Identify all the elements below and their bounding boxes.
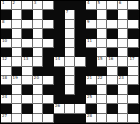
white-cell-r5c12[interactable] [118,39,129,48]
clue-number: 18 [2,76,7,80]
white-cell-r3c1[interactable]: 8 [1,20,12,29]
black-cell-r10c6 [54,85,65,94]
white-cell-r7c8[interactable] [75,57,86,66]
black-cell-r4c6 [54,29,65,38]
white-cell-r8c7[interactable] [65,67,76,76]
clue-number: 22 [98,76,103,80]
white-cell-r6c7[interactable] [65,48,76,57]
white-cell-r1c10[interactable]: 5 [97,1,108,10]
black-cell-r3c6 [54,20,65,29]
white-cell-r11c5[interactable] [43,95,54,104]
white-cell-r6c12[interactable] [118,48,129,57]
black-cell-r9c6 [54,76,65,85]
white-cell-r12c10[interactable] [97,104,108,113]
black-cell-r2c11 [107,10,118,19]
black-cell-r2c13 [128,10,139,19]
white-cell-r3c4[interactable] [33,20,44,29]
black-cell-r9c8 [75,76,86,85]
white-cell-r9c1[interactable]: 18 [1,76,12,85]
black-cell-r6c6 [54,48,65,57]
black-cell-r2c3 [22,10,33,19]
black-cell-r10c11 [107,85,118,94]
white-cell-r10c10[interactable] [97,85,108,94]
clue-number: 13 [23,57,28,61]
white-cell-r4c10[interactable] [97,29,108,38]
black-cell-r4c1 [1,29,12,38]
white-cell-r11c4[interactable] [33,95,44,104]
white-cell-r2c2[interactable] [12,10,23,19]
black-cell-r12c11 [107,104,118,113]
white-cell-r1c9[interactable]: 4 [86,1,97,10]
white-cell-r9c12[interactable]: 23 [118,76,129,85]
black-cell-r1c8 [75,1,86,10]
white-cell-r5c10[interactable] [97,39,108,48]
white-cell-r8c13[interactable] [128,67,139,76]
white-cell-r7c13[interactable]: 17 [128,57,139,66]
white-cell-r5c9[interactable]: 11 [86,39,97,48]
white-cell-r11c9[interactable]: 25 [86,95,97,104]
white-cell-r6c4[interactable] [33,48,44,57]
white-cell-r9c2[interactable]: 19 [12,76,23,85]
crossword-board: 1234567891011121314151617181920212223242… [0,0,140,124]
black-cell-r8c6 [54,67,65,76]
white-cell-r6c2[interactable] [12,48,23,57]
white-cell-r11c2[interactable] [12,95,23,104]
black-cell-r13c7 [65,114,76,123]
clue-number: 23 [119,76,124,80]
black-cell-r6c3 [22,48,33,57]
black-cell-r2c6 [54,10,65,19]
white-cell-r3c7[interactable] [65,20,76,29]
black-cell-r7c5 [43,57,54,66]
white-cell-r13c11[interactable] [107,114,118,123]
white-cell-r11c3[interactable] [22,95,33,104]
white-cell-r2c4[interactable] [33,10,44,19]
black-cell-r8c4 [33,67,44,76]
white-cell-r9c11[interactable] [107,76,118,85]
black-cell-r7c9 [86,57,97,66]
white-cell-r7c1[interactable]: 12 [1,57,12,66]
white-cell-r1c1[interactable]: 1 [1,1,12,10]
white-cell-r13c2[interactable] [12,114,23,123]
black-cell-r12c1 [1,104,12,113]
clue-number: 8 [2,20,5,24]
black-cell-r10c1 [1,85,12,94]
black-cell-r12c13 [128,104,139,113]
black-cell-r2c5 [43,10,54,19]
black-cell-r6c5 [43,48,54,57]
black-cell-r6c11 [107,48,118,57]
black-cell-r13c6 [54,114,65,123]
white-cell-r9c9[interactable]: 21 [86,76,97,85]
black-cell-r2c8 [75,10,86,19]
white-cell-r2c7[interactable]: 7 [65,10,76,19]
white-cell-r11c13[interactable] [128,95,139,104]
clue-number: 25 [87,95,92,99]
white-cell-r11c10[interactable] [97,95,108,104]
black-cell-r3c8 [75,20,86,29]
white-cell-r5c5[interactable] [43,39,54,48]
clue-number: 24 [2,95,7,99]
white-cell-r10c2[interactable] [12,85,23,94]
clue-number: 12 [2,57,7,61]
black-cell-r10c5 [43,85,54,94]
black-cell-r5c6 [54,39,65,48]
black-cell-r5c8 [75,39,86,48]
black-cell-r11c8 [75,95,86,104]
white-cell-r13c5[interactable] [43,114,54,123]
white-cell-r4c12[interactable] [118,29,129,38]
white-cell-r7c6[interactable]: 14 [54,57,65,66]
white-cell-r7c12[interactable] [118,57,129,66]
white-cell-r7c7[interactable] [65,57,76,66]
white-cell-r1c5[interactable] [43,1,54,10]
white-cell-r11c11[interactable] [107,95,118,104]
white-cell-r13c12[interactable] [118,114,129,123]
clue-number: 16 [108,57,113,61]
clue-number: 4 [87,1,90,5]
black-cell-r10c3 [22,85,33,94]
white-cell-r6c10[interactable] [97,48,108,57]
clue-number: 11 [87,39,92,43]
white-cell-r5c1[interactable]: 10 [1,39,12,48]
clue-number: 15 [98,57,103,61]
white-cell-r5c7[interactable] [65,39,76,48]
white-cell-r9c3[interactable] [22,76,33,85]
white-cell-r3c2[interactable] [12,20,23,29]
clue-number: 28 [87,114,92,118]
white-cell-r13c4[interactable] [33,114,44,123]
black-cell-r2c1 [1,10,12,19]
black-cell-r12c9 [86,104,97,113]
white-cell-r3c11[interactable] [107,20,118,29]
white-cell-r13c3[interactable] [22,114,33,123]
white-cell-r2c10[interactable] [97,10,108,19]
clue-number: 1 [2,1,5,5]
white-cell-r10c4[interactable] [33,85,44,94]
black-cell-r4c8 [75,29,86,38]
white-cell-r7c4[interactable] [33,57,44,66]
white-cell-r2c12[interactable] [118,10,129,19]
black-cell-r12c5 [43,104,54,113]
black-cell-r6c1 [1,48,12,57]
white-cell-r8c11[interactable] [107,67,118,76]
white-cell-r9c4[interactable]: 20 [33,76,44,85]
white-cell-r11c1[interactable]: 24 [1,95,12,104]
white-cell-r4c2[interactable] [12,29,23,38]
white-cell-r1c4[interactable]: 3 [33,1,44,10]
black-cell-r6c9 [86,48,97,57]
white-cell-r5c2[interactable] [12,39,23,48]
clue-number: 5 [98,1,101,5]
white-cell-r12c7[interactable] [65,104,76,113]
clue-number: 20 [34,76,39,80]
black-cell-r1c7 [65,1,76,10]
white-cell-r5c3[interactable] [22,39,33,48]
clue-number: 6 [119,1,122,5]
white-cell-r10c7[interactable] [65,85,76,94]
clue-number: 19 [13,76,18,80]
black-cell-r4c5 [43,29,54,38]
clue-number: 3 [34,1,37,5]
white-cell-r3c9[interactable]: 9 [86,20,97,29]
white-cell-r7c3[interactable]: 13 [22,57,33,66]
black-cell-r1c6 [54,1,65,10]
black-cell-r8c8 [75,67,86,76]
white-cell-r4c7[interactable] [65,29,76,38]
white-cell-r9c7[interactable] [65,76,76,85]
white-cell-r7c2[interactable] [12,57,23,66]
black-cell-r8c5 [43,67,54,76]
white-cell-r3c13[interactable] [128,20,139,29]
black-cell-r6c13 [128,48,139,57]
black-cell-r4c13 [128,29,139,38]
black-cell-r8c9 [86,67,97,76]
white-cell-r7c11[interactable]: 16 [107,57,118,66]
white-cell-r13c10[interactable] [97,114,108,123]
black-cell-r13c8 [75,114,86,123]
black-cell-r4c9 [86,29,97,38]
clue-number: 7 [66,10,69,14]
crossword-page: 1234567891011121314151617181920212223242… [0,0,140,124]
white-cell-r3c12[interactable] [118,20,129,29]
white-cell-r10c12[interactable] [118,85,129,94]
black-cell-r8c2 [12,67,23,76]
clue-number: 26 [55,104,60,108]
white-cell-r9c5[interactable] [43,76,54,85]
white-cell-r5c4[interactable] [33,39,44,48]
black-cell-r11c7 [65,95,76,104]
white-cell-r9c10[interactable]: 22 [97,76,108,85]
clue-number: 10 [2,39,7,43]
clue-number: 2 [13,1,16,5]
white-cell-r11c12[interactable] [118,95,129,104]
white-cell-r1c2[interactable]: 2 [12,1,23,10]
white-cell-r3c5[interactable] [43,20,54,29]
black-cell-r10c9 [86,85,97,94]
white-cell-r3c3[interactable] [22,20,33,29]
clue-number: 17 [129,57,134,61]
white-cell-r1c12[interactable]: 6 [118,1,129,10]
black-cell-r8c10 [97,67,108,76]
white-cell-r12c12[interactable] [118,104,129,113]
clue-number: 14 [55,57,60,61]
black-cell-r10c13 [128,85,139,94]
white-cell-r12c2[interactable] [12,104,23,113]
white-cell-r5c11[interactable] [107,39,118,48]
black-cell-r11c6 [54,95,65,104]
white-cell-r4c4[interactable] [33,29,44,38]
white-cell-r8c1[interactable] [1,67,12,76]
clue-number: 21 [87,76,92,80]
white-cell-r7c10[interactable]: 15 [97,57,108,66]
black-cell-r8c12 [118,67,129,76]
black-cell-r2c9 [86,10,97,19]
white-cell-r1c13[interactable] [128,1,139,10]
white-cell-r8c3[interactable] [22,67,33,76]
white-cell-r1c3[interactable] [22,1,33,10]
white-cell-r1c11[interactable] [107,1,118,10]
white-cell-r12c4[interactable] [33,104,44,113]
white-cell-r12c8[interactable] [75,104,86,113]
black-cell-r10c8 [75,85,86,94]
clue-number: 9 [87,20,90,24]
white-cell-r9c13[interactable] [128,76,139,85]
white-cell-r12c6[interactable]: 26 [54,104,65,113]
white-cell-r5c13[interactable] [128,39,139,48]
white-cell-r3c10[interactable] [97,20,108,29]
white-cell-r13c13[interactable] [128,114,139,123]
clue-number: 27 [2,114,7,118]
black-cell-r6c8 [75,48,86,57]
white-cell-r13c1[interactable]: 27 [1,114,12,123]
white-cell-r13c9[interactable]: 28 [86,114,97,123]
black-cell-r4c11 [107,29,118,38]
black-cell-r4c3 [22,29,33,38]
black-cell-r12c3 [22,104,33,113]
